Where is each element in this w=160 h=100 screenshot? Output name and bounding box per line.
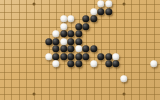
grid-line-vertical <box>146 0 147 100</box>
white-stone <box>52 60 59 67</box>
goban-board[interactable] <box>0 0 160 100</box>
black-stone <box>60 53 67 60</box>
black-stone <box>105 60 112 67</box>
grid-line-horizontal <box>0 72 160 73</box>
grid-line-horizontal <box>0 12 160 13</box>
black-stone <box>82 45 89 52</box>
white-stone <box>112 53 119 60</box>
grid-line-horizontal <box>0 87 160 88</box>
black-stone <box>105 53 112 60</box>
black-stone <box>52 38 59 45</box>
black-stone <box>52 53 59 60</box>
grid-line-vertical <box>49 0 50 100</box>
grid-line-horizontal <box>0 79 160 80</box>
black-stone <box>75 60 82 67</box>
grid-line-horizontal <box>0 4 160 5</box>
black-stone <box>90 15 97 22</box>
grid-line-vertical <box>34 0 35 100</box>
black-stone <box>67 38 74 45</box>
white-stone <box>60 15 67 22</box>
white-stone <box>105 0 112 7</box>
white-stone <box>60 38 67 45</box>
black-stone <box>75 53 82 60</box>
black-stone <box>97 53 104 60</box>
black-stone <box>75 23 82 30</box>
black-stone <box>82 23 89 30</box>
grid-line-vertical <box>11 0 12 100</box>
grid-line-vertical <box>139 0 140 100</box>
black-stone <box>82 53 89 60</box>
grid-line-vertical <box>109 0 110 100</box>
star-point <box>122 93 125 96</box>
star-point <box>122 3 125 6</box>
white-stone <box>90 8 97 15</box>
grid-line-vertical <box>154 0 155 100</box>
black-stone <box>67 53 74 60</box>
black-stone <box>75 38 82 45</box>
white-stone <box>90 60 97 67</box>
white-stone <box>97 0 104 7</box>
grid-line-vertical <box>131 0 132 100</box>
black-stone <box>67 30 74 37</box>
black-stone <box>75 30 82 37</box>
star-point <box>32 93 35 96</box>
white-stone <box>45 53 52 60</box>
white-stone <box>75 45 82 52</box>
black-stone <box>60 45 67 52</box>
black-stone <box>52 45 59 52</box>
grid-line-vertical <box>101 0 102 100</box>
grid-line-vertical <box>4 0 5 100</box>
black-stone <box>45 38 52 45</box>
white-stone <box>52 30 59 37</box>
white-stone <box>60 23 67 30</box>
white-stone <box>150 60 157 67</box>
black-stone <box>90 45 97 52</box>
white-stone <box>67 15 74 22</box>
grid-line-vertical <box>41 0 42 100</box>
grid-line-vertical <box>124 0 125 100</box>
grid-line-horizontal <box>0 94 160 95</box>
grid-line-vertical <box>19 0 20 100</box>
black-stone <box>67 45 74 52</box>
grid-line-horizontal <box>0 19 160 20</box>
grid-line-vertical <box>26 0 27 100</box>
black-stone <box>67 60 74 67</box>
star-point <box>32 3 35 6</box>
black-stone <box>60 30 67 37</box>
white-stone <box>120 75 127 82</box>
grid-line-vertical <box>116 0 117 100</box>
black-stone <box>112 60 119 67</box>
black-stone <box>97 8 104 15</box>
black-stone <box>105 8 112 15</box>
black-stone <box>82 15 89 22</box>
